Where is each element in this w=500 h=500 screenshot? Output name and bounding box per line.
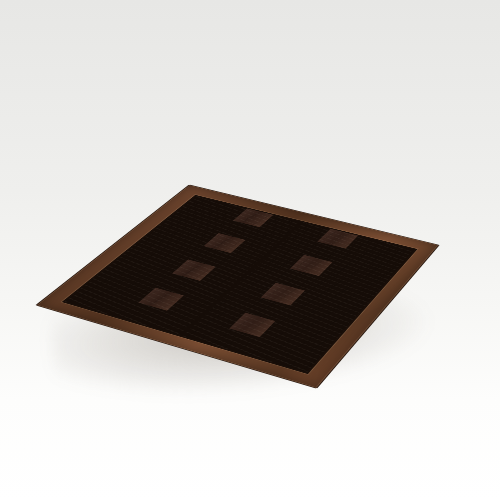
board-square[interactable] [305, 276, 348, 298]
board-square[interactable] [243, 337, 290, 363]
board-square[interactable] [261, 283, 305, 306]
board-square[interactable] [110, 280, 155, 303]
board-square[interactable] [232, 275, 276, 297]
board-square[interactable] [156, 273, 200, 295]
board-square[interactable] [184, 281, 229, 304]
board-square[interactable] [320, 298, 364, 322]
board-square[interactable] [260, 321, 306, 346]
board-square[interactable] [200, 305, 246, 329]
board-square[interactable] [229, 313, 275, 337]
board-square[interactable] [167, 296, 213, 319]
scene-photo-backdrop [0, 0, 500, 500]
board-square[interactable] [213, 328, 260, 353]
board-square[interactable] [290, 290, 334, 313]
board-square[interactable] [216, 290, 261, 313]
board-square[interactable] [245, 297, 290, 321]
board-square[interactable] [335, 284, 378, 307]
board-square[interactable] [92, 295, 138, 318]
board-square[interactable] [65, 287, 111, 310]
board-square[interactable] [275, 305, 320, 329]
board-square[interactable] [83, 272, 128, 294]
board-square[interactable] [291, 330, 337, 355]
board-square[interactable] [121, 303, 167, 327]
board-square[interactable] [183, 320, 230, 345]
board-square[interactable] [275, 346, 322, 372]
board-square[interactable] [138, 288, 183, 311]
board-square[interactable] [306, 314, 351, 339]
board-square[interactable] [149, 311, 196, 335]
